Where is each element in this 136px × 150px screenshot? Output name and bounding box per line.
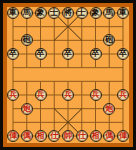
piece-red-soldier[interactable]: 兵 bbox=[7, 89, 19, 101]
board-frame: 車馬象士將士象馬車砲砲卒卒卒卒卒兵兵兵兵兵炮炮俥傌相仕帥仕相傌俥 bbox=[3, 3, 133, 147]
piece-red-soldier[interactable]: 兵 bbox=[62, 89, 74, 101]
piece-black-soldier[interactable]: 卒 bbox=[62, 48, 74, 60]
piece-red-advisor[interactable]: 仕 bbox=[76, 130, 88, 142]
piece-red-chariot[interactable]: 俥 bbox=[7, 130, 19, 142]
board-grid-lines bbox=[7, 7, 129, 143]
piece-black-soldier[interactable]: 卒 bbox=[90, 48, 102, 60]
piece-red-elephant[interactable]: 相 bbox=[90, 130, 102, 142]
piece-black-advisor[interactable]: 士 bbox=[76, 7, 88, 19]
piece-black-cannon[interactable]: 砲 bbox=[21, 34, 33, 46]
piece-red-elephant[interactable]: 相 bbox=[35, 130, 47, 142]
piece-red-cannon[interactable]: 炮 bbox=[21, 103, 33, 115]
piece-black-elephant[interactable]: 象 bbox=[90, 7, 102, 19]
piece-black-general[interactable]: 將 bbox=[62, 7, 74, 19]
piece-red-soldier[interactable]: 兵 bbox=[90, 89, 102, 101]
piece-red-chariot[interactable]: 俥 bbox=[117, 130, 129, 142]
piece-black-elephant[interactable]: 象 bbox=[35, 7, 47, 19]
piece-red-horse[interactable]: 傌 bbox=[21, 130, 33, 142]
piece-red-cannon[interactable]: 炮 bbox=[103, 103, 115, 115]
xiangqi-app-window: 車馬象士將士象馬車砲砲卒卒卒卒卒兵兵兵兵兵炮炮俥傌相仕帥仕相傌俥 bbox=[0, 0, 136, 150]
piece-red-general[interactable]: 帥 bbox=[62, 130, 74, 142]
piece-red-soldier[interactable]: 兵 bbox=[117, 89, 129, 101]
piece-black-chariot[interactable]: 車 bbox=[117, 7, 129, 19]
piece-black-horse[interactable]: 馬 bbox=[21, 7, 33, 19]
piece-black-soldier[interactable]: 卒 bbox=[35, 48, 47, 60]
piece-black-soldier[interactable]: 卒 bbox=[117, 48, 129, 60]
piece-black-soldier[interactable]: 卒 bbox=[7, 48, 19, 60]
piece-red-soldier[interactable]: 兵 bbox=[35, 89, 47, 101]
xiangqi-board[interactable]: 車馬象士將士象馬車砲砲卒卒卒卒卒兵兵兵兵兵炮炮俥傌相仕帥仕相傌俥 bbox=[7, 7, 129, 143]
piece-black-chariot[interactable]: 車 bbox=[7, 7, 19, 19]
